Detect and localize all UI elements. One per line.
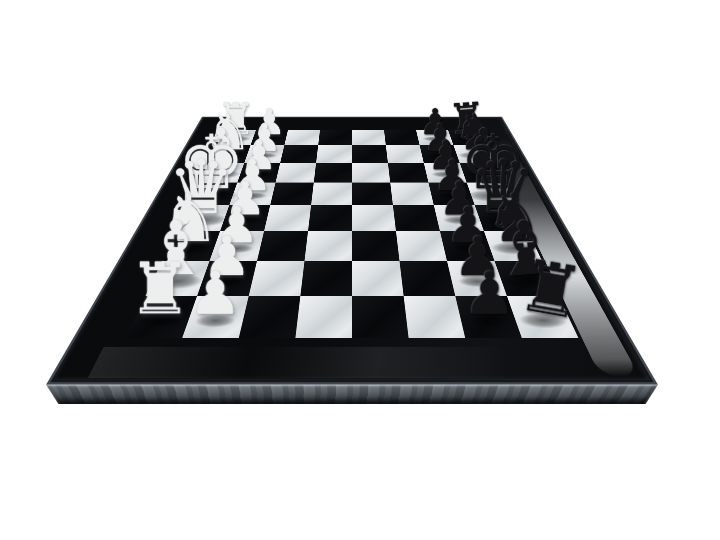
square-e4 — [311, 183, 352, 205]
piece-glyph-pawn: ♟ — [463, 264, 516, 323]
square-h4 — [318, 130, 352, 146]
square-g4 — [316, 145, 352, 162]
square-h2 — [251, 130, 289, 146]
square-h3 — [284, 130, 320, 146]
square-e5 — [352, 183, 393, 205]
chess-board: ♜♝♞♛♚♝♞♜♟♟♟♟♟♟♟♟♟♟♟♟♟♟♟♟♜♝♞♛♚♝♞♜ — [46, 117, 658, 385]
square-g6 — [386, 145, 424, 162]
square-g2 — [244, 145, 284, 162]
piece-glyph-rook: ♜ — [128, 253, 192, 324]
square-f5 — [352, 163, 390, 183]
piece-glyph-rook: ♜ — [513, 249, 588, 330]
square-f6 — [388, 163, 429, 183]
piece-glyph-pawn: ♟ — [188, 264, 241, 323]
square-e3 — [270, 183, 314, 205]
square-g5 — [352, 145, 388, 162]
square-h6 — [384, 130, 420, 146]
square-g3 — [280, 145, 318, 162]
square-h5 — [352, 130, 386, 146]
board-front-molding — [46, 385, 658, 404]
square-f3 — [276, 163, 317, 183]
square-f4 — [314, 163, 352, 183]
chess-set-photo: ♜♝♞♛♚♝♞♜♟♟♟♟♟♟♟♟♟♟♟♟♟♟♟♟♜♝♞♛♚♝♞♜ — [0, 0, 720, 540]
square-e6 — [390, 183, 434, 205]
